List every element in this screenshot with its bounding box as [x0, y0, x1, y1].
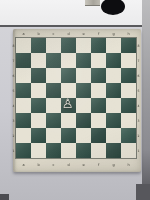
- square-h6[interactable]: [121, 68, 136, 83]
- square-g6[interactable]: [106, 68, 121, 83]
- square-d6[interactable]: [61, 68, 76, 83]
- rank-label-4: 4: [12, 102, 15, 110]
- file-label-h: h: [124, 31, 133, 35]
- square-h8[interactable]: [121, 38, 136, 53]
- square-g8[interactable]: [106, 38, 121, 53]
- file-label-g: g: [109, 31, 118, 35]
- file-labels-bottom: abcdefgh: [16, 161, 136, 168]
- rank-label-2: 2: [12, 132, 15, 140]
- square-f1[interactable]: [91, 143, 106, 158]
- square-f4[interactable]: [91, 98, 106, 113]
- rank-label-1: 1: [137, 147, 140, 155]
- square-f6[interactable]: [91, 68, 106, 83]
- square-f7[interactable]: [91, 53, 106, 68]
- square-d8[interactable]: [61, 38, 76, 53]
- rank-label-1: 1: [12, 147, 15, 155]
- file-label-e: e: [79, 162, 88, 166]
- square-a1[interactable]: [16, 143, 31, 158]
- file-label-f: f: [94, 31, 103, 35]
- square-e3[interactable]: [76, 113, 91, 128]
- chess-board[interactable]: ♙: [16, 38, 136, 158]
- rank-label-6: 6: [137, 72, 140, 80]
- square-b2[interactable]: [31, 128, 46, 143]
- square-h1[interactable]: [121, 143, 136, 158]
- square-g4[interactable]: [106, 98, 121, 113]
- file-label-f: f: [94, 162, 103, 166]
- file-label-c: c: [49, 162, 58, 166]
- square-h4[interactable]: [121, 98, 136, 113]
- file-label-c: c: [49, 31, 58, 35]
- square-b6[interactable]: [31, 68, 46, 83]
- square-c4[interactable]: [46, 98, 61, 113]
- square-c7[interactable]: [46, 53, 61, 68]
- rank-label-3: 3: [12, 117, 15, 125]
- square-h7[interactable]: [121, 53, 136, 68]
- chess-mat: abcdefgh abcdefgh 87654321 87654321 ♙: [13, 29, 141, 172]
- square-e5[interactable]: [76, 83, 91, 98]
- square-c8[interactable]: [46, 38, 61, 53]
- file-label-d: d: [64, 31, 73, 35]
- file-label-h: h: [124, 162, 133, 166]
- square-d7[interactable]: [61, 53, 76, 68]
- square-d3[interactable]: [61, 113, 76, 128]
- square-a6[interactable]: [16, 68, 31, 83]
- square-g3[interactable]: [106, 113, 121, 128]
- file-label-d: d: [64, 162, 73, 166]
- square-c5[interactable]: [46, 83, 61, 98]
- file-label-b: b: [34, 162, 43, 166]
- square-e7[interactable]: [76, 53, 91, 68]
- square-a3[interactable]: [16, 113, 31, 128]
- chessboard-photo: abcdefgh abcdefgh 87654321 87654321 ♙: [0, 0, 150, 200]
- rank-label-4: 4: [137, 102, 140, 110]
- square-c2[interactable]: [46, 128, 61, 143]
- square-f8[interactable]: [91, 38, 106, 53]
- square-f3[interactable]: [91, 113, 106, 128]
- square-c6[interactable]: [46, 68, 61, 83]
- square-b5[interactable]: [31, 83, 46, 98]
- square-g5[interactable]: [106, 83, 121, 98]
- square-a5[interactable]: [16, 83, 31, 98]
- rank-label-5: 5: [137, 87, 140, 95]
- file-label-e: e: [79, 31, 88, 35]
- table-edge: [142, 0, 150, 200]
- rank-label-5: 5: [12, 87, 15, 95]
- square-d4[interactable]: ♙: [61, 98, 76, 113]
- square-h2[interactable]: [121, 128, 136, 143]
- rank-label-7: 7: [12, 57, 15, 65]
- square-a4[interactable]: [16, 98, 31, 113]
- rank-labels-right: 87654321: [136, 38, 141, 158]
- rank-label-6: 6: [12, 72, 15, 80]
- square-f5[interactable]: [91, 83, 106, 98]
- square-g1[interactable]: [106, 143, 121, 158]
- square-g2[interactable]: [106, 128, 121, 143]
- square-h3[interactable]: [121, 113, 136, 128]
- square-b7[interactable]: [31, 53, 46, 68]
- table-shadow-bottom-left: [0, 194, 9, 200]
- square-d1[interactable]: [61, 143, 76, 158]
- white-sheet: [0, 0, 143, 27]
- square-b8[interactable]: [31, 38, 46, 53]
- square-e8[interactable]: [76, 38, 91, 53]
- rank-label-7: 7: [137, 57, 140, 65]
- square-g7[interactable]: [106, 53, 121, 68]
- square-e2[interactable]: [76, 128, 91, 143]
- file-label-a: a: [19, 162, 28, 166]
- rank-label-8: 8: [12, 42, 15, 50]
- table-shadow-bottom-right: [136, 184, 150, 200]
- white-pawn[interactable]: ♙: [62, 97, 74, 110]
- square-c1[interactable]: [46, 143, 61, 158]
- file-label-b: b: [34, 31, 43, 35]
- rank-label-3: 3: [137, 117, 140, 125]
- square-c3[interactable]: [46, 113, 61, 128]
- small-box-object: [85, 0, 100, 6]
- square-a2[interactable]: [16, 128, 31, 143]
- square-b3[interactable]: [31, 113, 46, 128]
- black-ellipse-object: [101, 0, 125, 15]
- square-b1[interactable]: [31, 143, 46, 158]
- rank-label-2: 2: [137, 132, 140, 140]
- rank-label-8: 8: [137, 42, 140, 50]
- square-b4[interactable]: [31, 98, 46, 113]
- square-e6[interactable]: [76, 68, 91, 83]
- square-e1[interactable]: [76, 143, 91, 158]
- square-f2[interactable]: [91, 128, 106, 143]
- file-label-g: g: [109, 162, 118, 166]
- square-h5[interactable]: [121, 83, 136, 98]
- square-d2[interactable]: [61, 128, 76, 143]
- square-a8[interactable]: [16, 38, 31, 53]
- square-a7[interactable]: [16, 53, 31, 68]
- file-labels-top: abcdefgh: [16, 30, 136, 37]
- square-e4[interactable]: [76, 98, 91, 113]
- file-label-a: a: [19, 31, 28, 35]
